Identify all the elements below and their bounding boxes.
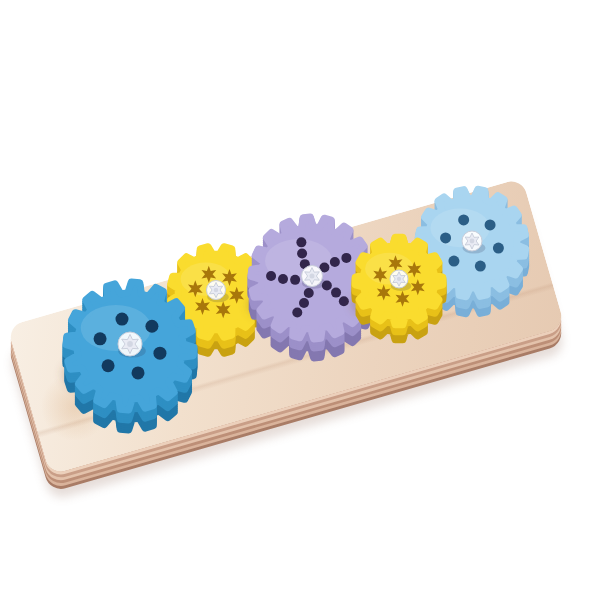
gear-blue-left-hole bbox=[115, 313, 128, 326]
gear-purple-center-hole bbox=[278, 274, 288, 284]
gear-purple-center-hole bbox=[290, 275, 300, 285]
gear-blue-left bbox=[62, 282, 194, 430]
gear-blue-left-knob-dot bbox=[127, 341, 133, 347]
gear-blue-left-hole bbox=[132, 366, 145, 379]
gear-blue-right-hole bbox=[475, 261, 486, 272]
gear-purple-center-hole bbox=[330, 257, 340, 267]
gear-blue-right-knob-dot bbox=[470, 239, 475, 244]
gear-blue-right-hole bbox=[485, 219, 496, 230]
gear-blue-right-hole bbox=[458, 214, 469, 225]
gear-blue-right-hole bbox=[493, 243, 504, 254]
gear-purple-center-hole bbox=[266, 271, 276, 281]
gear-purple-center-hole bbox=[339, 296, 349, 306]
gear-blue-right-hole bbox=[448, 256, 459, 267]
gear-purple-center-knob-dot bbox=[309, 273, 314, 278]
gear-purple-center-hole bbox=[341, 253, 351, 263]
gear-purple-center-hole bbox=[297, 248, 307, 258]
gear-purple-center-hole bbox=[299, 298, 309, 308]
gear-purple-center-hole bbox=[296, 237, 306, 247]
gear-blue-left-hole bbox=[102, 359, 115, 372]
gear-blue-left-hole bbox=[153, 347, 166, 360]
gear-purple-center-hole bbox=[292, 307, 302, 317]
gear-blue-left-hole bbox=[94, 332, 107, 345]
product-photo-scene bbox=[0, 0, 600, 600]
gear-purple-center-hole bbox=[331, 288, 341, 298]
gear-blue-right-hole bbox=[440, 232, 451, 243]
gear-blue-left-hole bbox=[145, 320, 158, 333]
gear-yellow-right-knob-dot bbox=[397, 277, 401, 281]
gear-purple-center-hole bbox=[304, 288, 314, 298]
gear-yellow-left-knob-dot bbox=[214, 288, 219, 293]
gears-layer bbox=[0, 0, 600, 600]
